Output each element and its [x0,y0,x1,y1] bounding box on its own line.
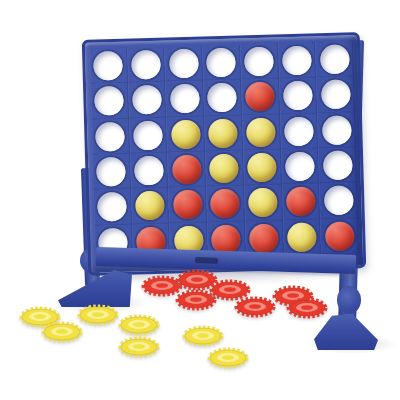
loose-checker-yellow-5[interactable] [117,335,161,359]
empty-hole [284,116,314,146]
board-cell-col4-row5[interactable] [206,186,245,222]
board-cell-col1-row3[interactable] [91,118,130,154]
empty-hole [244,47,274,77]
board-cell-col7-row5[interactable] [319,183,358,219]
empty-hole [93,51,123,81]
empty-hole [97,192,127,222]
red-checker [210,189,240,219]
empty-hole [208,83,238,113]
yellow-checker [135,191,165,221]
empty-hole [323,151,353,181]
red-checker [173,190,203,220]
board-cell-col3-row1[interactable] [164,46,203,82]
empty-hole [170,84,200,114]
board-cell-col7-row3[interactable] [317,112,356,148]
yellow-checker [171,119,201,149]
red-checker [245,82,275,112]
yellow-checker [248,188,278,218]
red-checker [249,223,279,253]
empty-hole [132,85,162,115]
board-cell-col6-row2[interactable] [278,78,317,114]
board-cell-col5-row2[interactable] [241,79,280,115]
board-cell-col3-row2[interactable] [165,81,204,117]
yellow-checker [287,222,317,252]
board-cell-col4-row3[interactable] [204,115,243,151]
empty-hole [207,48,237,78]
board-cell-col3-row4[interactable] [167,152,206,188]
red-checker [286,187,316,217]
yellow-checker [209,154,239,184]
board-cell-col5-row3[interactable] [242,114,281,150]
board-cell-col2-row3[interactable] [129,117,168,153]
board-cell-col1-row2[interactable] [90,83,129,119]
board-cell-col4-row2[interactable] [203,80,242,116]
board-cell-col1-row5[interactable] [93,189,132,225]
board-cell-col6-row3[interactable] [279,113,318,149]
board-cell-col4-row4[interactable] [205,150,244,186]
empty-hole [133,121,163,151]
empty-hole [282,46,312,76]
empty-hole [285,152,315,182]
board-cell-col2-row2[interactable] [128,82,167,118]
loose-checker-red-7[interactable] [285,296,329,320]
empty-hole [283,81,313,111]
board-cell-col7-row1[interactable] [315,41,354,77]
red-checker [172,155,202,185]
yellow-checker [209,118,239,148]
board-cell-col1-row1[interactable] [89,48,128,84]
empty-hole [324,186,354,216]
board-cell-col7-row2[interactable] [316,77,355,113]
yellow-checker [246,117,276,147]
board-cell-col6-row4[interactable] [280,148,319,184]
board-cell-col5-row1[interactable] [240,43,279,79]
board-cell-col6-row5[interactable] [281,184,320,220]
board-grid [89,41,359,260]
loose-checker-yellow-7[interactable] [206,346,250,370]
empty-hole [131,50,161,80]
board-cell-col5-row4[interactable] [243,149,282,185]
table-surface [0,0,400,400]
loose-checker-yellow-4[interactable] [117,313,161,337]
empty-hole [95,122,125,152]
empty-hole [322,115,352,145]
empty-hole [320,45,350,75]
board-cell-col5-row5[interactable] [244,185,283,221]
board-cell-col6-row1[interactable] [277,42,316,78]
stand-right-hinge [337,286,361,314]
board-cell-col3-row3[interactable] [166,116,205,152]
board-cell-col2-row4[interactable] [130,153,169,189]
loose-checker-yellow-3[interactable] [40,320,84,344]
yellow-checker [247,153,277,183]
board-cell-col7-row6[interactable] [320,218,359,254]
board-cell-col6-row6[interactable] [282,219,321,255]
empty-hole [96,157,126,187]
connect-four-board [82,32,366,276]
empty-hole [321,80,351,110]
board-cell-col4-row1[interactable] [202,45,241,81]
red-checker [325,221,355,251]
board-cell-col2-row5[interactable] [131,188,170,224]
board-cell-col3-row5[interactable] [168,187,207,223]
board-cell-col7-row4[interactable] [318,147,357,183]
empty-hole [134,156,164,186]
empty-hole [169,49,199,79]
board-cell-col2-row1[interactable] [127,47,166,83]
loose-checker-yellow-6[interactable] [181,324,225,348]
empty-hole [94,86,124,116]
board-cell-col1-row4[interactable] [92,154,131,190]
